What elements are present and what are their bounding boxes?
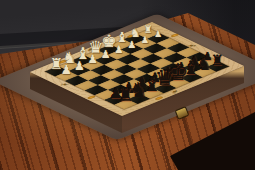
white-pawn[interactable]: ♟: [141, 35, 149, 44]
white-pawn[interactable]: ♟: [114, 45, 123, 55]
black-rook[interactable]: ♜: [211, 53, 224, 67]
white-pawn[interactable]: ♟: [128, 40, 137, 50]
white-pawn[interactable]: ♟: [74, 59, 85, 71]
white-pawn[interactable]: ♟: [61, 64, 72, 77]
white-pawn[interactable]: ♟: [87, 54, 97, 65]
white-pawn[interactable]: ♟: [154, 30, 162, 39]
white-rook[interactable]: ♜: [144, 24, 153, 34]
black-rook[interactable]: ♜: [117, 87, 134, 106]
scene: ❧ ❧ ❧ ❧ ♜♞♝♛♚♝♞♜♟♟♟♟♟♟♟♟♟♟♟♟♟♟♟♟♜♞♝♛♚♝♞♜: [0, 0, 255, 170]
white-pawn[interactable]: ♟: [101, 49, 111, 60]
pieces-layer: ♜♞♝♛♚♝♞♜♟♟♟♟♟♟♟♟♟♟♟♟♟♟♟♟♜♞♝♛♚♝♞♜: [0, 0, 255, 170]
